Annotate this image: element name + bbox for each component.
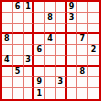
cell-r5c8[interactable] <box>77 45 88 56</box>
cell-r5c7[interactable] <box>67 45 78 56</box>
cell-r8c6[interactable]: 3 <box>56 77 67 88</box>
cell-r4c4[interactable] <box>34 34 45 45</box>
cell-r5c5[interactable] <box>45 45 56 56</box>
cell-r5c9[interactable]: 2 <box>88 45 99 56</box>
cell-r9c4[interactable]: 1 <box>34 88 45 99</box>
cell-r8c1[interactable] <box>2 77 13 88</box>
cell-r6c6[interactable] <box>56 56 67 67</box>
cell-r7c3[interactable] <box>24 67 35 78</box>
cell-r7c9[interactable] <box>88 67 99 78</box>
cell-r4c8[interactable]: 7 <box>77 34 88 45</box>
cell-r3c7[interactable] <box>67 24 78 35</box>
cell-r7c8[interactable]: 8 <box>77 67 88 78</box>
cell-r4c1[interactable]: 8 <box>2 34 13 45</box>
cell-r1c7[interactable]: 9 <box>67 2 78 13</box>
sudoku-board: 61983847624358931 <box>0 0 101 101</box>
cell-r7c6[interactable] <box>56 67 67 78</box>
cell-r2c7[interactable]: 3 <box>67 13 78 24</box>
cell-r7c4[interactable] <box>34 67 45 78</box>
cell-r8c7[interactable] <box>67 77 78 88</box>
cell-r3c1[interactable] <box>2 24 13 35</box>
cell-r5c3[interactable] <box>24 45 35 56</box>
cell-r5c6[interactable] <box>56 45 67 56</box>
cell-r3c2[interactable] <box>13 24 24 35</box>
cell-r7c7[interactable] <box>67 67 78 78</box>
cell-r2c3[interactable] <box>24 13 35 24</box>
cell-r1c2[interactable]: 6 <box>13 2 24 13</box>
cell-r2c9[interactable] <box>88 13 99 24</box>
cell-r2c1[interactable] <box>2 13 13 24</box>
cell-r8c8[interactable] <box>77 77 88 88</box>
cell-r8c4[interactable]: 9 <box>34 77 45 88</box>
cell-r9c7[interactable] <box>67 88 78 99</box>
cell-r1c8[interactable] <box>77 2 88 13</box>
cell-r1c3[interactable]: 1 <box>24 2 35 13</box>
cell-r3c3[interactable] <box>24 24 35 35</box>
cell-r1c1[interactable] <box>2 2 13 13</box>
cell-r2c2[interactable] <box>13 13 24 24</box>
cell-r9c3[interactable] <box>24 88 35 99</box>
cell-r8c9[interactable] <box>88 77 99 88</box>
cell-r4c2[interactable] <box>13 34 24 45</box>
cell-r6c5[interactable] <box>45 56 56 67</box>
cell-r1c6[interactable] <box>56 2 67 13</box>
cell-r7c5[interactable] <box>45 67 56 78</box>
cell-r1c9[interactable] <box>88 2 99 13</box>
cell-r9c5[interactable] <box>45 88 56 99</box>
cell-r9c6[interactable] <box>56 88 67 99</box>
cell-r1c4[interactable] <box>34 2 45 13</box>
cell-r3c8[interactable] <box>77 24 88 35</box>
cell-r9c9[interactable] <box>88 88 99 99</box>
cell-r8c5[interactable] <box>45 77 56 88</box>
cell-r6c7[interactable] <box>67 56 78 67</box>
cell-r2c5[interactable]: 8 <box>45 13 56 24</box>
cell-r4c7[interactable] <box>67 34 78 45</box>
cell-r6c3[interactable]: 3 <box>24 56 35 67</box>
cell-r3c6[interactable] <box>56 24 67 35</box>
cell-r9c8[interactable] <box>77 88 88 99</box>
cell-r5c4[interactable]: 6 <box>34 45 45 56</box>
cell-r4c3[interactable] <box>24 34 35 45</box>
cell-r9c2[interactable] <box>13 88 24 99</box>
cell-r3c4[interactable] <box>34 24 45 35</box>
cell-r9c1[interactable] <box>2 88 13 99</box>
cell-r8c3[interactable] <box>24 77 35 88</box>
cell-r3c9[interactable] <box>88 24 99 35</box>
cell-r7c1[interactable] <box>2 67 13 78</box>
cell-r6c1[interactable]: 4 <box>2 56 13 67</box>
cell-r2c8[interactable] <box>77 13 88 24</box>
cell-r6c8[interactable] <box>77 56 88 67</box>
cell-r1c5[interactable] <box>45 2 56 13</box>
cell-r6c4[interactable] <box>34 56 45 67</box>
cell-r4c9[interactable] <box>88 34 99 45</box>
cell-r8c2[interactable] <box>13 77 24 88</box>
cell-r6c2[interactable] <box>13 56 24 67</box>
cell-r2c6[interactable] <box>56 13 67 24</box>
cell-r7c2[interactable]: 5 <box>13 67 24 78</box>
cell-r5c1[interactable] <box>2 45 13 56</box>
cell-r4c6[interactable] <box>56 34 67 45</box>
cell-r2c4[interactable] <box>34 13 45 24</box>
cell-r5c2[interactable] <box>13 45 24 56</box>
cell-r4c5[interactable]: 4 <box>45 34 56 45</box>
cell-r6c9[interactable] <box>88 56 99 67</box>
cell-r3c5[interactable] <box>45 24 56 35</box>
